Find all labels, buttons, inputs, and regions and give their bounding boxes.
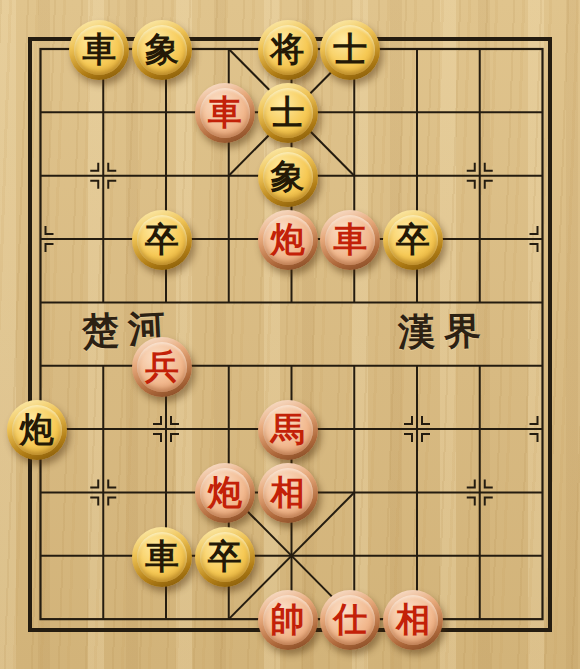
piece-red-elephant-e7[interactable]: 相: [258, 463, 318, 523]
piece-glyph: 士: [333, 33, 367, 67]
piece-black-advisor-f0[interactable]: 士: [320, 20, 380, 80]
piece-glyph: 車: [333, 223, 367, 257]
piece-face: 馬: [263, 405, 313, 455]
piece-black-soldier-d8[interactable]: 卒: [195, 527, 255, 587]
piece-face: 士: [263, 88, 313, 138]
piece-red-elephant-g9[interactable]: 相: [383, 590, 443, 650]
piece-face: 炮: [12, 405, 62, 455]
piece-glyph: 象: [271, 160, 305, 194]
piece-black-elephant-e2[interactable]: 象: [258, 147, 318, 207]
piece-face: 相: [388, 595, 438, 645]
piece-glyph: 士: [271, 96, 305, 130]
piece-glyph: 兵: [145, 350, 179, 384]
piece-face: 帥: [263, 595, 313, 645]
piece-glyph: 象: [145, 33, 179, 67]
piece-glyph: 炮: [271, 223, 305, 257]
piece-glyph: 相: [271, 476, 305, 510]
piece-black-advisor-e1[interactable]: 士: [258, 83, 318, 143]
piece-glyph: 車: [208, 96, 242, 130]
piece-glyph: 卒: [145, 223, 179, 257]
piece-red-cannon-e3[interactable]: 炮: [258, 210, 318, 270]
piece-glyph: 卒: [396, 223, 430, 257]
piece-red-chariot-d1[interactable]: 車: [195, 83, 255, 143]
piece-glyph: 炮: [208, 476, 242, 510]
piece-face: 車: [74, 25, 124, 75]
piece-face: 卒: [388, 215, 438, 265]
piece-glyph: 仕: [333, 603, 367, 637]
piece-black-chariot-b0[interactable]: 車: [69, 20, 129, 80]
piece-black-cannon-a6[interactable]: 炮: [7, 400, 67, 460]
piece-glyph: 将: [271, 33, 305, 67]
piece-face: 卒: [137, 215, 187, 265]
piece-face: 炮: [200, 468, 250, 518]
piece-face: 車: [325, 215, 375, 265]
piece-glyph: 馬: [271, 413, 305, 447]
piece-face: 車: [137, 532, 187, 582]
piece-glyph: 炮: [20, 413, 54, 447]
piece-black-soldier-g3[interactable]: 卒: [383, 210, 443, 270]
piece-glyph: 車: [145, 540, 179, 574]
piece-glyph: 帥: [271, 603, 305, 637]
river-label-right: 漢界: [398, 312, 491, 351]
piece-face: 仕: [325, 595, 375, 645]
piece-red-cannon-d7[interactable]: 炮: [195, 463, 255, 523]
piece-red-advisor-f9[interactable]: 仕: [320, 590, 380, 650]
piece-red-horse-e6[interactable]: 馬: [258, 400, 318, 460]
piece-face: 士: [325, 25, 375, 75]
piece-red-general-e9[interactable]: 帥: [258, 590, 318, 650]
piece-face: 炮: [263, 215, 313, 265]
piece-face: 車: [200, 88, 250, 138]
piece-face: 象: [137, 25, 187, 75]
piece-face: 将: [263, 25, 313, 75]
piece-red-chariot-f3[interactable]: 車: [320, 210, 380, 270]
piece-black-chariot-c8[interactable]: 車: [132, 527, 192, 587]
piece-black-general-e0[interactable]: 将: [258, 20, 318, 80]
piece-red-soldier-c5[interactable]: 兵: [132, 337, 192, 397]
piece-glyph: 卒: [208, 540, 242, 574]
piece-face: 相: [263, 468, 313, 518]
piece-glyph: 相: [396, 603, 430, 637]
piece-face: 卒: [200, 532, 250, 582]
xiangqi-app: 楚河 漢界 車象将士車士象卒炮車卒兵炮馬炮相車卒帥仕相: [0, 0, 580, 669]
piece-face: 象: [263, 152, 313, 202]
piece-black-soldier-c3[interactable]: 卒: [132, 210, 192, 270]
piece-black-elephant-c0[interactable]: 象: [132, 20, 192, 80]
piece-glyph: 車: [82, 33, 116, 67]
piece-face: 兵: [137, 342, 187, 392]
